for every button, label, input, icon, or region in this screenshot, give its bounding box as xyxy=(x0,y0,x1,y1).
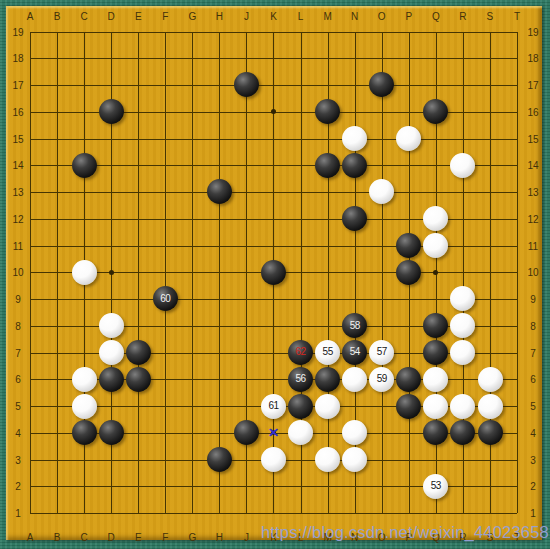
board-point-Q8[interactable] xyxy=(422,312,449,339)
board-point-M14[interactable] xyxy=(314,152,341,179)
row-label-right: 5 xyxy=(530,401,536,412)
board-point-R14[interactable] xyxy=(449,152,476,179)
black-stone[interactable] xyxy=(207,447,232,472)
x-mark: ✕ xyxy=(268,426,280,440)
black-stone[interactable] xyxy=(423,99,448,124)
white-stone[interactable] xyxy=(315,394,340,419)
board-point-L5[interactable] xyxy=(287,393,314,420)
white-stone-move-59[interactable]: 59 xyxy=(369,367,394,392)
black-stone[interactable] xyxy=(315,99,340,124)
board-point-N8[interactable]: 58 xyxy=(341,312,368,339)
black-stone-move-58[interactable]: 58 xyxy=(342,313,367,338)
white-stone[interactable] xyxy=(423,233,448,258)
column-label-bottom: A xyxy=(27,532,34,543)
board-point-L4[interactable] xyxy=(287,419,314,446)
board-point-L6[interactable]: 56 xyxy=(287,366,314,393)
board-point-C10[interactable] xyxy=(71,259,98,286)
white-stone-move-57[interactable]: 57 xyxy=(369,340,394,365)
white-stone[interactable] xyxy=(423,367,448,392)
board-point-O7[interactable]: 57 xyxy=(368,339,395,366)
white-stone[interactable] xyxy=(342,126,367,151)
board-point-N4[interactable] xyxy=(341,419,368,446)
board-point-N3[interactable] xyxy=(341,446,368,473)
board-point-L7[interactable]: 62 xyxy=(287,339,314,366)
board-point-D7[interactable] xyxy=(98,339,125,366)
board-point-M16[interactable] xyxy=(314,98,341,125)
white-stone-move-55[interactable]: 55 xyxy=(315,340,340,365)
black-stone[interactable] xyxy=(315,153,340,178)
board-point-M5[interactable] xyxy=(314,393,341,420)
black-stone[interactable] xyxy=(288,394,313,419)
black-stone[interactable] xyxy=(450,420,475,445)
black-stone[interactable] xyxy=(396,260,421,285)
column-label-bottom: D xyxy=(108,532,115,543)
white-stone[interactable] xyxy=(315,447,340,472)
board-point-Q5[interactable] xyxy=(422,393,449,420)
board-point-R8[interactable] xyxy=(449,312,476,339)
board-point-E6[interactable] xyxy=(125,366,152,393)
black-stone[interactable] xyxy=(396,394,421,419)
row-label-right: 1 xyxy=(530,508,536,519)
white-stone[interactable] xyxy=(99,340,124,365)
black-stone[interactable] xyxy=(207,179,232,204)
board-point-C6[interactable] xyxy=(71,366,98,393)
board-point-P6[interactable] xyxy=(395,366,422,393)
black-stone-move-62[interactable]: 62 xyxy=(288,340,313,365)
white-stone-move-53[interactable]: 53 xyxy=(423,474,448,499)
black-stone[interactable] xyxy=(234,72,259,97)
black-stone[interactable] xyxy=(396,233,421,258)
board-point-S6[interactable] xyxy=(476,366,503,393)
row-label-right: 3 xyxy=(530,454,536,465)
board-point-R7[interactable] xyxy=(449,339,476,366)
white-stone[interactable] xyxy=(450,394,475,419)
board-point-Q16[interactable] xyxy=(422,98,449,125)
black-stone[interactable] xyxy=(478,420,503,445)
row-label-right: 6 xyxy=(530,374,536,385)
white-stone[interactable] xyxy=(423,394,448,419)
board-point-P11[interactable] xyxy=(395,232,422,259)
watermark: https://blog.csdn.net/weixin_44023658 xyxy=(261,523,549,542)
row-label-right: 4 xyxy=(530,427,536,438)
white-stone[interactable] xyxy=(261,447,286,472)
white-stone[interactable] xyxy=(478,394,503,419)
white-stone[interactable] xyxy=(478,367,503,392)
board-point-S4[interactable] xyxy=(476,419,503,446)
black-stone[interactable] xyxy=(99,99,124,124)
board-point-D16[interactable] xyxy=(98,98,125,125)
white-stone[interactable] xyxy=(450,286,475,311)
black-stone[interactable] xyxy=(423,340,448,365)
board-point-Q11[interactable] xyxy=(422,232,449,259)
black-stone[interactable] xyxy=(396,367,421,392)
board-point-O13[interactable] xyxy=(368,179,395,206)
white-stone[interactable] xyxy=(450,313,475,338)
white-stone[interactable] xyxy=(288,420,313,445)
board-point-R4[interactable] xyxy=(449,419,476,446)
white-stone[interactable] xyxy=(342,367,367,392)
board-point-K5[interactable]: 61 xyxy=(260,393,287,420)
white-stone[interactable] xyxy=(423,206,448,231)
black-stone[interactable] xyxy=(72,153,97,178)
column-label-bottom: F xyxy=(162,532,168,543)
black-stone-move-60[interactable]: 60 xyxy=(153,286,178,311)
white-stone[interactable] xyxy=(99,313,124,338)
column-label-bottom: J xyxy=(244,532,249,543)
board-point-Q7[interactable] xyxy=(422,339,449,366)
board-point-C5[interactable] xyxy=(71,393,98,420)
black-stone[interactable] xyxy=(342,206,367,231)
board-point-R5[interactable] xyxy=(449,393,476,420)
black-stone[interactable] xyxy=(99,367,124,392)
black-stone[interactable] xyxy=(126,367,151,392)
board-point-D6[interactable] xyxy=(98,366,125,393)
board-point-N6[interactable] xyxy=(341,366,368,393)
board-point-O6[interactable]: 59 xyxy=(368,366,395,393)
board-point-P5[interactable] xyxy=(395,393,422,420)
black-stone[interactable] xyxy=(99,420,124,445)
black-stone-move-56[interactable]: 56 xyxy=(288,367,313,392)
white-stone[interactable] xyxy=(342,447,367,472)
board-point-F9[interactable]: 60 xyxy=(152,286,179,313)
row-label-right: 8 xyxy=(530,320,536,331)
black-stone[interactable] xyxy=(369,72,394,97)
black-stone[interactable] xyxy=(234,420,259,445)
black-stone[interactable] xyxy=(423,420,448,445)
white-stone-move-61[interactable]: 61 xyxy=(261,394,286,419)
board-point-N12[interactable] xyxy=(341,205,368,232)
white-stone[interactable] xyxy=(450,340,475,365)
board-point-C14[interactable] xyxy=(71,152,98,179)
white-stone[interactable] xyxy=(450,153,475,178)
board-point-K4[interactable]: ✕ xyxy=(260,419,287,446)
board-point-D4[interactable] xyxy=(98,419,125,446)
board-point-Q6[interactable] xyxy=(422,366,449,393)
black-stone[interactable] xyxy=(72,420,97,445)
board-point-E7[interactable] xyxy=(125,339,152,366)
board-point-Q2[interactable]: 53 xyxy=(422,473,449,500)
board-point-K10[interactable] xyxy=(260,259,287,286)
white-stone[interactable] xyxy=(72,367,97,392)
board-point-N7[interactable]: 54 xyxy=(341,339,368,366)
column-label-bottom: E xyxy=(135,532,142,543)
go-app-window: AABBCCDDEEFFGGHHJJKKLLMMNNOOPPQQRRSSTT11… xyxy=(0,0,550,549)
board-point-C4[interactable] xyxy=(71,419,98,446)
board-point-K3[interactable] xyxy=(260,446,287,473)
board-point-J17[interactable] xyxy=(233,72,260,99)
board-point-R9[interactable] xyxy=(449,286,476,313)
board-point-P10[interactable] xyxy=(395,259,422,286)
black-stone[interactable] xyxy=(342,153,367,178)
board-point-P15[interactable] xyxy=(395,125,422,152)
black-stone[interactable] xyxy=(126,340,151,365)
board-point-M7[interactable]: 55 xyxy=(314,339,341,366)
column-label-bottom: G xyxy=(188,532,196,543)
black-stone[interactable] xyxy=(315,367,340,392)
black-stone[interactable] xyxy=(261,260,286,285)
board-point-M6[interactable] xyxy=(314,366,341,393)
column-label-bottom: H xyxy=(216,532,223,543)
black-stone-move-54[interactable]: 54 xyxy=(342,340,367,365)
white-stone[interactable] xyxy=(72,260,97,285)
row-label-right: 2 xyxy=(530,481,536,492)
board-point-H3[interactable] xyxy=(206,446,233,473)
board-point-O17[interactable] xyxy=(368,72,395,99)
board-point-N14[interactable] xyxy=(341,152,368,179)
board-point-Q4[interactable] xyxy=(422,419,449,446)
white-stone[interactable] xyxy=(72,394,97,419)
board-point-S5[interactable] xyxy=(476,393,503,420)
board-point-J4[interactable] xyxy=(233,419,260,446)
row-label-right: 7 xyxy=(530,347,536,358)
row-label-right: 9 xyxy=(530,294,536,305)
board-point-N15[interactable] xyxy=(341,125,368,152)
board-grid[interactable]: 60586255545756596153✕ xyxy=(17,18,531,526)
board-point-Q12[interactable] xyxy=(422,205,449,232)
board-point-M3[interactable] xyxy=(314,446,341,473)
board-point-D8[interactable] xyxy=(98,312,125,339)
column-label-bottom: B xyxy=(54,532,61,543)
white-stone[interactable] xyxy=(342,420,367,445)
board-point-H13[interactable] xyxy=(206,179,233,206)
white-stone[interactable] xyxy=(396,126,421,151)
column-label-bottom: C xyxy=(80,532,87,543)
black-stone[interactable] xyxy=(423,313,448,338)
white-stone[interactable] xyxy=(369,179,394,204)
